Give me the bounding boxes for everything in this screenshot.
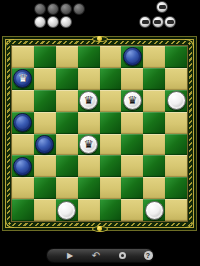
square-e3[interactable] <box>100 155 122 177</box>
frame-corner-flourish <box>185 219 194 228</box>
help-icon: ? <box>144 251 153 260</box>
undo-button[interactable]: ↶ <box>89 249 103 262</box>
square-f4[interactable] <box>121 134 143 156</box>
square-g5[interactable] <box>143 112 165 134</box>
square-f1[interactable] <box>121 199 143 221</box>
crown-band-icon <box>159 5 166 9</box>
square-h1[interactable] <box>165 199 187 221</box>
square-h8[interactable] <box>165 46 187 68</box>
captured-piece <box>139 16 151 28</box>
captured-piece <box>34 3 46 15</box>
captured-piece <box>60 16 72 28</box>
square-b6[interactable] <box>34 90 56 112</box>
blue-man[interactable] <box>35 135 54 154</box>
frame-center-medallion <box>92 35 108 42</box>
square-h4[interactable] <box>165 134 187 156</box>
square-b1[interactable] <box>34 199 56 221</box>
square-c7[interactable] <box>56 68 78 90</box>
square-a2[interactable] <box>12 177 34 199</box>
square-g6[interactable] <box>143 90 165 112</box>
square-b2[interactable] <box>34 177 56 199</box>
square-b7[interactable] <box>34 68 56 90</box>
square-d4[interactable]: ♛ <box>78 134 100 156</box>
white-king[interactable]: ♛ <box>79 91 98 110</box>
square-a3[interactable] <box>12 155 34 177</box>
captured-piece <box>156 1 168 13</box>
captured-piece <box>47 3 59 15</box>
king-crown-icon: ♛ <box>84 95 94 106</box>
captured-piece <box>60 3 72 15</box>
captured-piece <box>164 16 176 28</box>
square-e2[interactable] <box>100 177 122 199</box>
square-f5[interactable] <box>121 112 143 134</box>
toolbar: ▶ ↶ ? <box>46 248 154 263</box>
square-d1[interactable] <box>78 199 100 221</box>
white-king[interactable]: ♛ <box>123 91 142 110</box>
square-f8[interactable] <box>121 46 143 68</box>
frame-corner-flourish <box>185 39 194 48</box>
square-c2[interactable] <box>56 177 78 199</box>
white-man[interactable] <box>57 201 76 220</box>
captured-piece <box>47 16 59 28</box>
square-f3[interactable] <box>121 155 143 177</box>
blue-man[interactable] <box>13 113 32 132</box>
square-d6[interactable]: ♛ <box>78 90 100 112</box>
square-b3[interactable] <box>34 155 56 177</box>
square-b4[interactable] <box>34 134 56 156</box>
square-a4[interactable] <box>12 134 34 156</box>
square-h2[interactable] <box>165 177 187 199</box>
square-c1[interactable] <box>56 199 78 221</box>
square-c6[interactable] <box>56 90 78 112</box>
crown-band-icon <box>154 20 161 24</box>
board-frame: ♛♛♛♛ <box>2 36 197 231</box>
square-c4[interactable] <box>56 134 78 156</box>
square-e1[interactable] <box>100 199 122 221</box>
king-crown-icon: ♛ <box>18 73 28 84</box>
square-c5[interactable] <box>56 112 78 134</box>
square-d3[interactable] <box>78 155 100 177</box>
play-button[interactable]: ▶ <box>63 249 77 262</box>
square-e5[interactable] <box>100 112 122 134</box>
captured-piece <box>73 3 85 15</box>
white-man[interactable] <box>145 201 164 220</box>
crown-band-icon <box>167 20 174 24</box>
square-e4[interactable] <box>100 134 122 156</box>
settings-button[interactable] <box>115 249 129 262</box>
help-button[interactable]: ? <box>141 249 155 262</box>
square-a5[interactable] <box>12 112 34 134</box>
square-c3[interactable] <box>56 155 78 177</box>
crown-band-icon <box>142 20 149 24</box>
frame-corner-flourish <box>5 219 14 228</box>
captured-piece <box>34 16 46 28</box>
square-d5[interactable] <box>78 112 100 134</box>
square-f7[interactable] <box>121 68 143 90</box>
square-a7[interactable]: ♛ <box>12 68 34 90</box>
king-crown-icon: ♛ <box>127 95 137 106</box>
square-g2[interactable] <box>143 177 165 199</box>
square-a8[interactable] <box>12 46 34 68</box>
frame-center-medallion <box>92 225 108 232</box>
square-g1[interactable] <box>143 199 165 221</box>
white-king[interactable]: ♛ <box>79 135 98 154</box>
square-a6[interactable] <box>12 90 34 112</box>
square-h7[interactable] <box>165 68 187 90</box>
frame-ornament-band <box>7 43 10 224</box>
captured-piece <box>152 16 164 28</box>
square-g4[interactable] <box>143 134 165 156</box>
square-f6[interactable]: ♛ <box>121 90 143 112</box>
square-e6[interactable] <box>100 90 122 112</box>
square-e7[interactable] <box>100 68 122 90</box>
square-g8[interactable] <box>143 46 165 68</box>
square-d7[interactable] <box>78 68 100 90</box>
square-f2[interactable] <box>121 177 143 199</box>
square-b5[interactable] <box>34 112 56 134</box>
blue-king[interactable]: ♛ <box>13 69 32 88</box>
king-crown-icon: ♛ <box>84 139 94 150</box>
square-d8[interactable] <box>78 46 100 68</box>
blue-man[interactable] <box>13 157 32 176</box>
square-h6[interactable] <box>165 90 187 112</box>
white-man[interactable] <box>167 91 186 110</box>
square-e8[interactable] <box>100 46 122 68</box>
square-g3[interactable] <box>143 155 165 177</box>
square-a1[interactable] <box>12 199 34 221</box>
square-b8[interactable] <box>34 46 56 68</box>
square-c8[interactable] <box>56 46 78 68</box>
square-d2[interactable] <box>78 177 100 199</box>
board-grid: ♛♛♛♛ <box>12 46 187 221</box>
play-icon: ▶ <box>67 252 73 260</box>
undo-icon: ↶ <box>92 251 100 261</box>
square-h5[interactable] <box>165 112 187 134</box>
settings-ring-icon <box>119 252 126 259</box>
square-h3[interactable] <box>165 155 187 177</box>
blue-man[interactable] <box>123 47 142 66</box>
frame-corner-flourish <box>5 39 14 48</box>
frame-ornament-band <box>189 43 192 224</box>
square-g7[interactable] <box>143 68 165 90</box>
